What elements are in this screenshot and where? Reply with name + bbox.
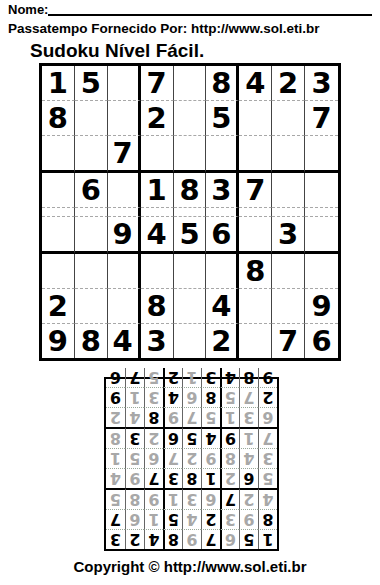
cell-r8c3[interactable] [108,289,141,324]
cell-r5c4[interactable] [141,208,174,217]
sol-cell-r6c4: 4 [201,427,220,448]
cell-r3c4[interactable] [141,136,174,173]
sol-cell-r6c6: 6 [163,427,182,448]
cell-r8c4: 8 [141,289,174,324]
sol-cell-r2c5: 4 [182,509,201,529]
sol-cell-r2c2: 9 [239,509,258,529]
sol-cell-r2c3: 3 [220,509,239,529]
sol-cell-r6c2: 1 [239,427,258,448]
cell-r6c1[interactable] [42,217,75,254]
cell-r7c3[interactable] [108,254,141,289]
cell-r1c2: 5 [75,66,108,101]
cell-r6c5: 5 [174,217,207,254]
sol-cell-r7c1: 6 [258,407,277,427]
sol-cell-r3c2: 2 [239,488,258,509]
sol-cell-r1c8: 2 [125,529,144,549]
cell-r7c6[interactable] [206,254,239,289]
cell-r9c2: 8 [75,324,108,358]
sol-cell-r3c6: 1 [163,488,182,509]
sol-cell-r9c7: 5 [144,368,163,387]
sol-cell-r8c5: 6 [182,387,201,407]
cell-r6c6: 6 [206,217,239,254]
sol-cell-r4c5: 8 [182,468,201,488]
cell-r9c1: 9 [42,324,75,358]
cell-r3c1[interactable] [42,136,75,173]
sol-cell-r8c8: 1 [125,387,144,407]
sol-cell-r7c8: 4 [125,407,144,427]
cell-r1c3[interactable] [108,66,141,101]
sudoku-solution-grid-upside-down: 1567984238932451674276319855621837943489… [104,377,279,551]
cell-r7c4[interactable] [141,254,174,289]
cell-r7c5[interactable] [174,254,207,289]
worksheet-page: Nome: Passatempo Fornecido Por: http://w… [0,0,380,585]
cell-r5c3[interactable] [108,208,141,217]
sol-cell-r2c4: 2 [201,509,220,529]
cell-r4c8[interactable] [272,173,305,208]
cell-r1c8: 2 [272,66,305,101]
cell-r6c8: 3 [272,217,305,254]
sol-cell-r3c1: 4 [258,488,277,509]
name-label: Nome: [8,2,48,17]
cell-r2c3[interactable] [108,101,141,136]
page-title: Sudoku Nível Fácil. [30,40,204,62]
cell-r3c6[interactable] [206,136,239,173]
cell-r2c1: 8 [42,101,75,136]
sol-cell-r7c4: 5 [201,407,220,427]
sol-cell-r8c3: 5 [220,387,239,407]
sol-cell-r4c3: 2 [220,468,239,488]
cell-r9c8: 7 [272,324,305,358]
cell-r4c3[interactable] [108,173,141,208]
sol-cell-r6c9: 8 [106,427,125,448]
sol-cell-r7c9: 2 [106,407,125,427]
sol-cell-r1c4: 7 [201,529,220,549]
sol-cell-r4c8: 9 [125,468,144,488]
sol-cell-r9c1: 9 [258,368,277,387]
sol-cell-r3c9: 5 [106,488,125,509]
cell-r9c5[interactable] [174,324,207,358]
sol-cell-r5c2: 4 [239,448,258,468]
sol-cell-r8c4: 8 [201,387,220,407]
cell-r2c6: 5 [206,101,239,136]
sol-cell-r2c7: 1 [144,509,163,529]
cell-r7c8[interactable] [272,254,305,289]
name-row: Nome: [8,2,372,17]
sol-cell-r9c5: 1 [182,368,201,387]
cell-r2c8[interactable] [272,101,305,136]
sol-cell-r5c6: 7 [163,448,182,468]
sol-cell-r8c2: 7 [239,387,258,407]
sol-cell-r6c5: 5 [182,427,201,448]
cell-r1c4: 7 [141,66,174,101]
cell-r1c9: 3 [305,66,338,101]
cell-r4c7: 7 [239,173,272,208]
sol-cell-r4c6: 3 [163,468,182,488]
sol-cell-r4c2: 6 [239,468,258,488]
cell-r5c5[interactable] [174,208,207,217]
cell-r7c2[interactable] [75,254,108,289]
sol-cell-r3c8: 8 [125,488,144,509]
cell-r7c1[interactable] [42,254,75,289]
cell-r6c9[interactable] [305,217,338,254]
sol-cell-r2c6: 5 [163,509,182,529]
sudoku-puzzle-grid: 1578423825776183794563828499843276 [39,63,341,361]
sol-cell-r2c1: 8 [258,509,277,529]
cell-r7c9[interactable] [305,254,338,289]
sol-cell-r5c3: 8 [220,448,239,468]
cell-r2c7[interactable] [239,101,272,136]
sol-cell-r7c2: 3 [239,407,258,427]
cell-r2c4: 2 [141,101,174,136]
sol-cell-r4c7: 7 [144,468,163,488]
sol-cell-r1c1: 1 [258,529,277,549]
sol-cell-r9c3: 4 [220,368,239,387]
cell-r8c6: 4 [206,289,239,324]
cell-r2c2[interactable] [75,101,108,136]
cell-r8c1: 2 [42,289,75,324]
cell-r5c7[interactable] [239,208,272,217]
cell-r2c5[interactable] [174,101,207,136]
sol-cell-r5c1: 3 [258,448,277,468]
cell-r6c2[interactable] [75,217,108,254]
cell-r5c1[interactable] [42,208,75,217]
cell-r9c6: 2 [206,324,239,358]
sol-cell-r1c2: 5 [239,529,258,549]
sol-cell-r1c3: 6 [220,529,239,549]
cell-r1c1: 1 [42,66,75,101]
sol-cell-r6c1: 7 [258,427,277,448]
sol-cell-r9c8: 7 [125,368,144,387]
cell-r5c8[interactable] [272,208,305,217]
cell-r2c9: 7 [305,101,338,136]
cell-r3c3: 7 [108,136,141,173]
sol-cell-r6c8: 3 [125,427,144,448]
cell-r6c3: 9 [108,217,141,254]
sol-cell-r6c3: 9 [220,427,239,448]
cell-r4c5: 8 [174,173,207,208]
sol-cell-r6c7: 2 [144,427,163,448]
copyright-text: Copyright © http://www.sol.eti.br [0,558,380,575]
sol-cell-r5c7: 6 [144,448,163,468]
cell-r6c4: 4 [141,217,174,254]
cell-r8c8[interactable] [272,289,305,324]
sol-cell-r4c4: 1 [201,468,220,488]
cell-r6c7[interactable] [239,217,272,254]
cell-r8c7[interactable] [239,289,272,324]
cell-r1c7: 4 [239,66,272,101]
sol-cell-r2c8: 6 [125,509,144,529]
cell-r8c2[interactable] [75,289,108,324]
sol-cell-r5c4: 9 [201,448,220,468]
cell-r5c2[interactable] [75,208,108,217]
cell-r4c1[interactable] [42,173,75,208]
cell-r4c9[interactable] [305,173,338,208]
cell-r5c9[interactable] [305,208,338,217]
sol-cell-r7c6: 9 [163,407,182,427]
sol-cell-r1c6: 8 [163,529,182,549]
sol-cell-r9c2: 8 [239,368,258,387]
sol-cell-r7c3: 1 [220,407,239,427]
sol-cell-r2c9: 7 [106,509,125,529]
sol-cell-r3c3: 7 [220,488,239,509]
cell-r3c9[interactable] [305,136,338,173]
provided-by-text: Passatempo Fornecido Por: http://www.sol… [8,21,320,36]
sol-cell-r3c5: 3 [182,488,201,509]
sol-cell-r5c8: 5 [125,448,144,468]
sol-cell-r9c4: 3 [201,368,220,387]
cell-r3c2[interactable] [75,136,108,173]
sol-cell-r7c5: 7 [182,407,201,427]
sol-cell-r9c6: 2 [163,368,182,387]
cell-r9c9: 6 [305,324,338,358]
sol-cell-r4c9: 4 [106,468,125,488]
sol-cell-r8c6: 4 [163,387,182,407]
cell-r3c5[interactable] [174,136,207,173]
sol-cell-r8c7: 3 [144,387,163,407]
sol-cell-r1c9: 3 [106,529,125,549]
cell-r4c6: 3 [206,173,239,208]
sol-cell-r5c5: 2 [182,448,201,468]
sol-cell-r1c7: 4 [144,529,163,549]
cell-r5c6[interactable] [206,208,239,217]
cell-r4c2: 6 [75,173,108,208]
name-blank-line[interactable] [48,2,372,16]
cell-r8c5[interactable] [174,289,207,324]
sol-cell-r9c9: 6 [106,368,125,387]
sol-cell-r4c1: 5 [258,468,277,488]
cell-r4c4: 1 [141,173,174,208]
cell-r9c3: 4 [108,324,141,358]
sol-cell-r3c7: 9 [144,488,163,509]
cell-r1c5[interactable] [174,66,207,101]
sol-cell-r3c4: 6 [201,488,220,509]
sol-cell-r8c9: 9 [106,387,125,407]
cell-r9c4: 3 [141,324,174,358]
sol-cell-r7c7: 8 [144,407,163,427]
cell-r8c9: 9 [305,289,338,324]
cell-r1c6: 8 [206,66,239,101]
cell-r3c8[interactable] [272,136,305,173]
sol-cell-r8c1: 2 [258,387,277,407]
sol-cell-r1c5: 9 [182,529,201,549]
cell-r7c7: 8 [239,254,272,289]
sol-cell-r5c9: 1 [106,448,125,468]
cell-r9c7[interactable] [239,324,272,358]
cell-r3c7[interactable] [239,136,272,173]
